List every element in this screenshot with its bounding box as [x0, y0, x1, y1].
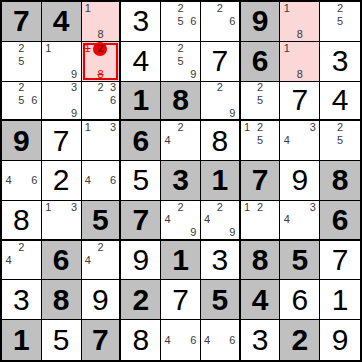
- given-digit: 2: [132, 285, 149, 315]
- candidate-6: [107, 134, 120, 147]
- pencil-marks: 25: [320, 2, 360, 41]
- cell-r2c4[interactable]: 4: [121, 42, 161, 82]
- cell-r7c6[interactable]: 3: [201, 241, 241, 281]
- cell-r8c5[interactable]: 7: [161, 280, 201, 320]
- cell-r5c8[interactable]: 9: [280, 161, 320, 201]
- candidate-9: [68, 226, 81, 239]
- candidate-5: 5: [254, 134, 267, 147]
- cell-r4c2[interactable]: 7: [42, 121, 82, 161]
- cell-r3c2[interactable]: 39: [42, 82, 82, 122]
- cell-r9c1[interactable]: 1: [2, 320, 42, 360]
- solved-digit: 5: [132, 165, 149, 195]
- candidate-9: [306, 147, 319, 160]
- candidate-7: [280, 68, 293, 81]
- candidate-4: 4: [2, 174, 15, 187]
- candidate-8: [94, 187, 107, 200]
- candidate-2: 2: [15, 82, 28, 95]
- candidate-5: [293, 55, 306, 68]
- pencil-marks: 25: [241, 82, 280, 120]
- cell-r3c8[interactable]: 7: [280, 82, 320, 122]
- cell-r8c1[interactable]: 3: [2, 280, 42, 320]
- cell-r4c7[interactable]: 125: [241, 121, 281, 161]
- candidate-5: 5: [254, 94, 267, 107]
- candidate-8: [94, 107, 107, 120]
- candidate-8: [94, 147, 107, 160]
- pencil-marks: 259: [161, 42, 200, 81]
- solved-digit: 5: [53, 325, 70, 355]
- sudoku-board: 7418325626918252519128425976183256392361…: [0, 0, 362, 362]
- candidate-9: [347, 147, 360, 160]
- solved-digit: 6: [291, 285, 308, 315]
- cell-r1c4[interactable]: 3: [121, 2, 161, 42]
- cell-r5c1[interactable]: 46: [2, 161, 42, 201]
- candidate-4: [82, 15, 95, 28]
- candidate-1: 1: [280, 2, 293, 15]
- cell-r6c9[interactable]: 6: [320, 201, 360, 241]
- candidate-5: [94, 174, 107, 187]
- cell-r6c2[interactable]: 13: [42, 201, 82, 241]
- cell-r1c2[interactable]: 4: [42, 2, 82, 42]
- given-digit: 1: [13, 325, 30, 355]
- cell-r2c3[interactable]: 128: [82, 42, 122, 82]
- pencil-marks: 24: [161, 121, 200, 160]
- candidate-8: [213, 28, 226, 41]
- given-digit: 6: [252, 46, 269, 76]
- cell-r8c8[interactable]: 6: [280, 280, 320, 320]
- candidate-7: [2, 68, 15, 81]
- candidate-6: 6: [107, 174, 120, 187]
- candidate-7: [280, 147, 293, 160]
- cell-r1c5[interactable]: 256: [161, 2, 201, 42]
- candidate-4: [161, 15, 174, 28]
- cell-r9c5[interactable]: 46: [161, 320, 201, 360]
- given-digit: 8: [172, 85, 189, 115]
- candidate-2: [213, 320, 226, 333]
- cell-r9c6[interactable]: 46: [201, 320, 241, 360]
- cell-r1c6[interactable]: 26: [201, 2, 241, 42]
- solved-digit: 9: [291, 165, 308, 195]
- candidate-5: 5: [333, 15, 346, 28]
- solved-digit: 3: [13, 285, 30, 315]
- pencil-marks: 46: [82, 161, 120, 200]
- given-digit: 7: [13, 6, 30, 36]
- cell-r7c3[interactable]: 24: [82, 241, 122, 281]
- candidate-3: [187, 320, 200, 333]
- candidate-3: [107, 2, 120, 15]
- candidate-4: [320, 134, 333, 147]
- candidate-3: [187, 201, 200, 214]
- candidate-2: 2: [333, 2, 346, 15]
- cell-r4c6[interactable]: 8: [201, 121, 241, 161]
- cell-r3c7[interactable]: 25: [241, 82, 281, 122]
- cell-r6c7[interactable]: 12: [241, 201, 281, 241]
- candidate-8: 8: [293, 28, 306, 41]
- candidate-1: 1: [42, 42, 55, 55]
- candidate-7: [82, 267, 95, 280]
- given-digit: 6: [132, 126, 149, 156]
- candidate-5: [174, 213, 187, 226]
- cell-r4c8[interactable]: 34: [280, 121, 320, 161]
- cell-r2c2[interactable]: 19: [42, 42, 82, 82]
- candidate-5: [174, 134, 187, 147]
- candidate-7: [161, 68, 174, 81]
- candidate-9: 9: [187, 226, 200, 239]
- cell-r4c5[interactable]: 24: [161, 121, 201, 161]
- candidate-5: [94, 134, 107, 147]
- candidate-3: [28, 42, 41, 55]
- candidate-6: [68, 213, 81, 226]
- candidate-9: [226, 347, 239, 360]
- pencil-marks: 46: [2, 161, 41, 200]
- candidate-7: [241, 226, 254, 239]
- cell-r6c5[interactable]: 249: [161, 201, 201, 241]
- cell-r1c9[interactable]: 25: [320, 2, 360, 42]
- candidate-1: [161, 320, 174, 333]
- candidate-9: [107, 187, 120, 200]
- candidate-8: [293, 147, 306, 160]
- candidate-7: [82, 147, 95, 160]
- cell-r4c9[interactable]: 25: [320, 121, 360, 161]
- candidate-6: [28, 254, 41, 267]
- cell-r5c9[interactable]: 8: [320, 161, 360, 201]
- candidate-8: [254, 147, 267, 160]
- cell-r9c9[interactable]: 9: [320, 320, 360, 360]
- cell-r5c7[interactable]: 7: [241, 161, 281, 201]
- candidate-2: 2: [15, 42, 28, 55]
- cell-r8c7[interactable]: 4: [241, 280, 281, 320]
- candidate-6: [306, 55, 319, 68]
- pencil-marks: 34: [280, 201, 319, 239]
- candidate-1: [2, 82, 15, 95]
- candidate-4: [82, 94, 95, 107]
- pencil-marks: 25: [2, 42, 41, 81]
- cell-r2c9[interactable]: 3: [320, 42, 360, 82]
- cell-r8c9[interactable]: 1: [320, 280, 360, 320]
- candidate-4: [241, 213, 254, 226]
- cell-r7c5[interactable]: 1: [161, 241, 201, 281]
- candidate-8: [174, 28, 187, 41]
- candidate-8: [293, 226, 306, 239]
- cell-r1c1[interactable]: 7: [2, 2, 42, 42]
- candidate-2: 2: [174, 2, 187, 15]
- candidate-1: [320, 121, 333, 134]
- cell-r2c6[interactable]: 7: [201, 42, 241, 82]
- pencil-marks: 236: [82, 82, 120, 120]
- candidate-1: 1: [241, 121, 254, 134]
- candidate-9: [28, 68, 41, 81]
- candidate-8: [213, 347, 226, 360]
- candidate-9: [306, 226, 319, 239]
- candidate-3: [226, 2, 239, 15]
- candidate-6: [68, 55, 81, 68]
- candidate-8: [55, 107, 68, 120]
- candidate-1: [2, 161, 15, 174]
- candidate-4: [241, 134, 254, 147]
- cell-r2c8[interactable]: 18: [280, 42, 320, 82]
- candidate-1: 1: [241, 201, 254, 214]
- candidate-6: [267, 134, 280, 147]
- solved-digit: 2: [53, 165, 70, 195]
- solved-digit: 8: [211, 126, 228, 156]
- candidate-1: 1: [82, 42, 94, 56]
- candidate-1: [201, 2, 214, 15]
- candidate-3: [306, 42, 319, 55]
- candidate-2: [55, 201, 68, 214]
- candidate-2: 2: [213, 2, 226, 15]
- candidate-9: 9: [226, 226, 239, 239]
- pencil-marks: 18: [280, 42, 319, 81]
- cell-r7c4[interactable]: 9: [121, 241, 161, 281]
- candidate-8: [254, 107, 267, 120]
- pencil-marks: 24: [82, 241, 120, 280]
- candidate-7: [82, 107, 95, 120]
- cell-r4c1[interactable]: 9: [2, 121, 42, 161]
- candidate-8: [333, 147, 346, 160]
- candidate-6: 6: [28, 94, 41, 107]
- candidate-2: [293, 201, 306, 214]
- candidate-3: 3: [68, 82, 81, 95]
- given-digit: 7: [252, 165, 269, 195]
- candidate-1: [82, 82, 95, 95]
- cell-r7c7[interactable]: 8: [241, 241, 281, 281]
- pencil-marks: 46: [161, 320, 200, 360]
- cell-r7c1[interactable]: 24: [2, 241, 42, 281]
- solved-digit: 3: [211, 245, 228, 275]
- cell-r8c3[interactable]: 9: [82, 280, 122, 320]
- cell-r1c8[interactable]: 18: [280, 2, 320, 42]
- candidate-6: [68, 94, 81, 107]
- candidate-3: [306, 2, 319, 15]
- pencil-marks: 19: [42, 42, 81, 81]
- candidate-7: [161, 347, 174, 360]
- candidate-4: [161, 55, 174, 68]
- pencil-marks: 125: [241, 121, 280, 160]
- candidate-6: [226, 94, 239, 107]
- pencil-marks: 249: [161, 201, 200, 239]
- candidate-2: [94, 121, 107, 134]
- cell-r7c8[interactable]: 5: [280, 241, 320, 281]
- candidate-3: [226, 320, 239, 333]
- candidate-7: [280, 226, 293, 239]
- candidate-2: 2: [94, 241, 107, 254]
- candidate-4: [82, 56, 94, 68]
- cell-r3c4[interactable]: 1: [121, 82, 161, 122]
- given-digit: 2: [291, 325, 308, 355]
- solved-digit: 7: [332, 245, 349, 275]
- candidate-9: [187, 347, 200, 360]
- candidate-9: 9: [68, 107, 81, 120]
- cell-r9c4[interactable]: 8: [121, 320, 161, 360]
- cell-r9c3[interactable]: 7: [82, 320, 122, 360]
- cell-r6c1[interactable]: 8: [2, 201, 42, 241]
- given-digit: 7: [132, 205, 149, 235]
- candidate-9: [187, 147, 200, 160]
- candidate-6: 6: [187, 15, 200, 28]
- candidate-8: [55, 226, 68, 239]
- candidate-3: [267, 121, 280, 134]
- candidate-5: [15, 254, 28, 267]
- candidate-6: [347, 134, 360, 147]
- candidate-9: [226, 28, 239, 41]
- candidate-4: [2, 55, 15, 68]
- candidate-4: [42, 94, 55, 107]
- cell-r7c2[interactable]: 6: [42, 241, 82, 281]
- candidate-7: [201, 107, 214, 120]
- given-digit: 4: [252, 285, 269, 315]
- candidate-1: [201, 320, 214, 333]
- cell-r5c6[interactable]: 1: [201, 161, 241, 201]
- candidate-9: 9: [187, 68, 200, 81]
- cell-r6c6[interactable]: 249: [201, 201, 241, 241]
- cell-r9c2[interactable]: 5: [42, 320, 82, 360]
- cell-r3c1[interactable]: 256: [2, 82, 42, 122]
- candidate-8: [55, 68, 68, 81]
- cell-r1c7[interactable]: 9: [241, 2, 281, 42]
- candidate-8: [15, 187, 28, 200]
- candidate-6: [107, 254, 120, 267]
- cell-r7c9[interactable]: 7: [320, 241, 360, 281]
- candidate-9: [28, 267, 41, 280]
- candidate-2: 2: [174, 42, 187, 55]
- candidate-6: 6: [107, 94, 120, 107]
- candidate-6: [187, 134, 200, 147]
- candidate-3: [347, 2, 360, 15]
- candidate-7: [320, 147, 333, 160]
- candidate-2: 2: [333, 121, 346, 134]
- candidate-5: [94, 15, 107, 28]
- given-digit: 1: [132, 85, 149, 115]
- candidate-8: [94, 267, 107, 280]
- candidate-1: [161, 2, 174, 15]
- candidate-7: [161, 28, 174, 41]
- cell-r2c7[interactable]: 6: [241, 42, 281, 82]
- candidate-8: 8: [94, 28, 107, 41]
- candidate-4: 4: [280, 134, 293, 147]
- candidate-9: [187, 28, 200, 41]
- candidate-4: [280, 55, 293, 68]
- cell-r1c3[interactable]: 18: [82, 2, 122, 42]
- candidate-3: 3: [306, 201, 319, 214]
- candidate-3: [267, 82, 280, 95]
- candidate-5: [93, 56, 107, 68]
- candidate-7: [161, 147, 174, 160]
- candidate-5: [15, 174, 28, 187]
- cell-r3c5[interactable]: 8: [161, 82, 201, 122]
- pencil-marks: 12: [241, 201, 280, 239]
- candidate-1: [42, 82, 55, 95]
- cell-r3c3[interactable]: 236: [82, 82, 122, 122]
- cell-r5c5[interactable]: 3: [161, 161, 201, 201]
- solved-digit: 3: [132, 6, 149, 36]
- pencil-marks: 46: [201, 320, 239, 360]
- candidate-5: [55, 55, 68, 68]
- candidate-1: [320, 2, 333, 15]
- cell-r6c8[interactable]: 34: [280, 201, 320, 241]
- cell-r5c3[interactable]: 46: [82, 161, 122, 201]
- candidate-1: 1: [82, 2, 95, 15]
- candidate-3: [187, 121, 200, 134]
- candidate-3: [187, 42, 200, 55]
- candidate-7: [2, 107, 15, 120]
- cell-r3c6[interactable]: 29: [201, 82, 241, 122]
- cell-r5c4[interactable]: 5: [121, 161, 161, 201]
- cell-r8c4[interactable]: 2: [121, 280, 161, 320]
- pencil-marks: 25: [320, 121, 360, 160]
- candidate-1: [241, 82, 254, 95]
- cell-r4c4[interactable]: 6: [121, 121, 161, 161]
- candidate-2: 2: [213, 82, 226, 95]
- candidate-9: [347, 28, 360, 41]
- candidate-8: 8: [293, 68, 306, 81]
- candidate-4: 4: [280, 213, 293, 226]
- candidate-2: 2: [174, 201, 187, 214]
- candidate-5: 5: [174, 15, 187, 28]
- cell-r3c9[interactable]: 4: [320, 82, 360, 122]
- solved-digit: 8: [13, 205, 30, 235]
- solved-digit: 4: [132, 46, 149, 76]
- candidate-4: [82, 134, 95, 147]
- candidate-2: [55, 82, 68, 95]
- cell-r2c1[interactable]: 25: [2, 42, 42, 82]
- candidate-5: 5: [15, 55, 28, 68]
- cell-r6c3[interactable]: 5: [82, 201, 122, 241]
- given-digit: 4: [53, 6, 70, 36]
- candidate-5: [213, 213, 226, 226]
- candidate-6: [187, 55, 200, 68]
- candidate-3: 3: [107, 121, 120, 134]
- candidate-2: 2: [93, 42, 107, 56]
- cell-r6c4[interactable]: 7: [121, 201, 161, 241]
- candidate-6: [107, 56, 119, 68]
- hint-placed-candidate: 2: [93, 42, 107, 56]
- cell-r9c7[interactable]: 3: [241, 320, 281, 360]
- candidate-4: 4: [201, 213, 214, 226]
- candidate-6: [306, 134, 319, 147]
- candidate-8: [213, 226, 226, 239]
- candidate-2: 2: [15, 241, 28, 254]
- cell-r8c6[interactable]: 5: [201, 280, 241, 320]
- candidate-1: [201, 201, 214, 214]
- cell-r2c5[interactable]: 259: [161, 42, 201, 82]
- candidate-1: [161, 201, 174, 214]
- candidate-3: [347, 121, 360, 134]
- solved-digit: 8: [132, 325, 149, 355]
- candidate-3: [28, 161, 41, 174]
- candidate-4: [42, 55, 55, 68]
- given-digit: 8: [252, 245, 269, 275]
- cell-r9c8[interactable]: 2: [280, 320, 320, 360]
- candidate-9: [267, 226, 280, 239]
- cell-r5c2[interactable]: 2: [42, 161, 82, 201]
- candidate-4: [201, 94, 214, 107]
- candidate-1: [280, 201, 293, 214]
- cell-r8c2[interactable]: 8: [42, 280, 82, 320]
- cell-r4c3[interactable]: 13: [82, 121, 122, 161]
- pencil-marks: 256: [2, 82, 41, 120]
- candidate-6: [267, 213, 280, 226]
- pencil-marks: 256: [161, 2, 200, 41]
- candidate-5: [293, 15, 306, 28]
- candidate-9: [306, 28, 319, 41]
- candidate-1: [82, 161, 95, 174]
- candidate-1: 1: [82, 121, 95, 134]
- candidate-1: [2, 42, 15, 55]
- given-digit: 6: [53, 245, 70, 275]
- candidate-5: 5: [174, 55, 187, 68]
- candidate-6: [226, 213, 239, 226]
- candidate-8: [174, 147, 187, 160]
- candidate-4: 4: [161, 134, 174, 147]
